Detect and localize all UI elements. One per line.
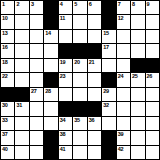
cell-r5c4[interactable] (44, 59, 57, 72)
cell-r4c10[interactable] (131, 44, 144, 57)
cell-r10c7[interactable] (88, 131, 101, 144)
clue-number: 33 (2, 117, 8, 123)
cell-r9c11[interactable] (146, 117, 159, 130)
cell-r1c6[interactable]: 5 (73, 1, 86, 14)
cell-r10c3[interactable] (30, 131, 43, 144)
clue-number: 7 (118, 1, 121, 7)
cell-r5c2[interactable] (15, 59, 28, 72)
clue-number: 25 (132, 73, 138, 79)
block-cell-r1c8 (102, 1, 115, 14)
cell-r1c10[interactable]: 8 (131, 1, 144, 14)
block-cell-r8c5 (59, 102, 72, 115)
cell-r7c6[interactable] (73, 88, 86, 101)
cell-r8c10[interactable] (131, 102, 144, 115)
cell-r6c6[interactable] (73, 73, 86, 86)
cell-r9c3[interactable] (30, 117, 43, 130)
clue-number: 18 (2, 59, 8, 65)
cell-r10c6[interactable] (73, 131, 86, 144)
cell-r1c5[interactable]: 4 (59, 1, 72, 14)
cell-r4c2[interactable] (15, 44, 28, 57)
cell-r5c8[interactable] (102, 59, 115, 72)
cell-r10c2[interactable] (15, 131, 28, 144)
cell-r5c5[interactable]: 19 (59, 59, 72, 72)
block-cell-r4c7 (88, 44, 101, 57)
cell-r2c5[interactable]: 11 (59, 15, 72, 28)
cell-r3c11[interactable] (146, 30, 159, 43)
cell-r8c1[interactable]: 30 (1, 102, 14, 115)
cell-r6c9[interactable]: 24 (117, 73, 130, 86)
cell-r3c2[interactable] (15, 30, 28, 43)
cell-r2c2[interactable] (15, 15, 28, 28)
block-cell-r6c4 (44, 73, 57, 86)
cell-r3c3[interactable] (30, 30, 43, 43)
cell-r4c4[interactable] (44, 44, 57, 57)
cell-r7c7[interactable] (88, 88, 101, 101)
cell-r9c4[interactable] (44, 117, 57, 130)
cell-r6c10[interactable]: 25 (131, 73, 144, 86)
clue-number: 38 (60, 131, 66, 137)
cell-r4c1[interactable]: 16 (1, 44, 14, 57)
cell-r7c9[interactable] (117, 88, 130, 101)
block-cell-r6c8 (102, 73, 115, 86)
cell-r8c3[interactable] (30, 102, 43, 115)
clue-number: 23 (60, 73, 66, 79)
cell-r11c6[interactable] (73, 146, 86, 159)
block-cell-r8c6 (73, 102, 86, 115)
clue-number: 26 (147, 73, 153, 79)
clue-number: 6 (89, 1, 92, 7)
block-cell-r11c8 (102, 146, 115, 159)
cell-r1c7[interactable]: 6 (88, 1, 101, 14)
clue-number: 19 (60, 59, 66, 65)
cell-r6c5[interactable]: 23 (59, 73, 72, 86)
cell-r4c11[interactable] (146, 44, 159, 57)
clue-number: 14 (45, 30, 51, 36)
block-cell-r4c5 (59, 44, 72, 57)
cell-r11c9[interactable]: 42 (117, 146, 130, 159)
cell-r11c5[interactable]: 41 (59, 146, 72, 159)
cell-r7c5[interactable] (59, 88, 72, 101)
clue-number: 36 (89, 117, 95, 123)
cell-r7c10[interactable] (131, 88, 144, 101)
cell-r3c7[interactable] (88, 30, 101, 43)
cell-r5c7[interactable]: 21 (88, 59, 101, 72)
cell-r10c5[interactable]: 38 (59, 131, 72, 144)
clue-number: 16 (2, 44, 8, 50)
cell-r5c9[interactable] (117, 59, 130, 72)
cell-r3c8[interactable]: 15 (102, 30, 115, 43)
clue-number: 8 (132, 1, 135, 7)
cell-r11c7[interactable] (88, 146, 101, 159)
cell-r8c2[interactable]: 31 (15, 102, 28, 115)
cell-r9c7[interactable]: 36 (88, 117, 101, 130)
clue-number: 15 (103, 30, 109, 36)
cell-r8c9[interactable] (117, 102, 130, 115)
clue-number: 2 (16, 1, 19, 7)
clue-number: 34 (60, 117, 66, 123)
clue-number: 10 (2, 15, 8, 21)
block-cell-r10c8 (102, 131, 115, 144)
cell-r9c8[interactable] (102, 117, 115, 130)
cell-r8c4[interactable] (44, 102, 57, 115)
clue-number: 21 (89, 59, 95, 65)
block-cell-r2c8 (102, 15, 115, 28)
cell-r3c6[interactable] (73, 30, 86, 43)
cell-r5c3[interactable] (30, 59, 43, 72)
cell-r5c6[interactable]: 20 (73, 59, 86, 72)
clue-number: 31 (16, 102, 22, 108)
block-cell-r10c4 (44, 131, 57, 144)
cell-r9c1[interactable]: 33 (1, 117, 14, 130)
cell-r2c10[interactable] (131, 15, 144, 28)
clue-number: 42 (118, 146, 124, 152)
clue-number: 12 (118, 15, 124, 21)
clue-number: 11 (60, 15, 65, 21)
block-cell-r1c4 (44, 1, 57, 14)
clue-number: 29 (103, 88, 109, 94)
clue-number: 39 (118, 131, 124, 137)
cell-r5c1[interactable]: 18 (1, 59, 14, 72)
cell-r7c4[interactable]: 28 (44, 88, 57, 101)
clue-number: 20 (74, 59, 80, 65)
clue-number: 24 (118, 73, 124, 79)
cell-r10c9[interactable]: 39 (117, 131, 130, 144)
clue-number: 17 (103, 44, 109, 50)
cell-r9c9[interactable] (117, 117, 130, 130)
clue-number: 35 (74, 117, 80, 123)
cell-r2c9[interactable]: 12 (117, 15, 130, 28)
cell-r8c8[interactable]: 32 (102, 102, 115, 115)
cell-r2c1[interactable]: 10 (1, 15, 14, 28)
cell-r1c9[interactable]: 7 (117, 1, 130, 14)
clue-number: 9 (147, 1, 150, 7)
cell-r4c8[interactable]: 17 (102, 44, 115, 57)
cell-r2c3[interactable] (30, 15, 43, 28)
clue-number: 22 (2, 73, 8, 79)
cell-r1c2[interactable]: 2 (15, 1, 28, 14)
clue-number: 28 (45, 88, 51, 94)
block-cell-r8c7 (88, 102, 101, 115)
cell-r4c3[interactable] (30, 44, 43, 57)
block-cell-r4c6 (73, 44, 86, 57)
block-cell-r5c11 (146, 59, 159, 72)
cell-r1c3[interactable]: 3 (30, 1, 43, 14)
cell-r1c11[interactable]: 9 (146, 1, 159, 14)
cell-r9c10[interactable] (131, 117, 144, 130)
block-cell-r7c2 (15, 88, 28, 101)
cell-r3c1[interactable]: 13 (1, 30, 14, 43)
clue-number: 30 (2, 102, 8, 108)
cell-r3c4[interactable]: 14 (44, 30, 57, 43)
block-cell-r7c1 (1, 88, 14, 101)
block-cell-r2c4 (44, 15, 57, 28)
cell-r3c9[interactable] (117, 30, 130, 43)
cell-r6c11[interactable]: 26 (146, 73, 159, 86)
cell-r6c7[interactable] (88, 73, 101, 86)
clue-number: 37 (2, 131, 8, 137)
cell-r11c10[interactable] (131, 146, 144, 159)
cell-r7c3[interactable]: 27 (30, 88, 43, 101)
cell-r11c2[interactable] (15, 146, 28, 159)
cell-r10c10[interactable] (131, 131, 144, 144)
cell-r6c3[interactable] (30, 73, 43, 86)
cell-r4c9[interactable] (117, 44, 130, 57)
cell-r11c3[interactable] (30, 146, 43, 159)
clue-number: 1 (2, 1, 5, 7)
cell-r7c11[interactable] (146, 88, 159, 101)
cell-r10c1[interactable]: 37 (1, 131, 14, 144)
clue-number: 13 (2, 30, 8, 36)
cell-r1c1[interactable]: 1 (1, 1, 14, 14)
cell-r6c2[interactable] (15, 73, 28, 86)
clue-number: 4 (60, 1, 63, 7)
cell-r2c7[interactable] (88, 15, 101, 28)
cell-r2c11[interactable] (146, 15, 159, 28)
clue-number: 40 (2, 146, 8, 152)
clue-number: 27 (31, 88, 37, 94)
clue-number: 41 (60, 146, 66, 152)
cell-r9c5[interactable]: 34 (59, 117, 72, 130)
clue-number: 32 (103, 102, 109, 108)
cell-r6c1[interactable]: 22 (1, 73, 14, 86)
cell-r3c10[interactable] (131, 30, 144, 43)
cell-r3c5[interactable] (59, 30, 72, 43)
clue-number: 5 (74, 1, 77, 7)
cell-r11c1[interactable]: 40 (1, 146, 14, 159)
cell-r11c11[interactable] (146, 146, 159, 159)
cell-r9c6[interactable]: 35 (73, 117, 86, 130)
cell-r7c8[interactable]: 29 (102, 88, 115, 101)
cell-r9c2[interactable] (15, 117, 28, 130)
cell-r8c11[interactable] (146, 102, 159, 115)
block-cell-r5c10 (131, 59, 144, 72)
crossword-grid: 1234567891011121314151617181920212223242… (0, 0, 160, 160)
cell-r2c6[interactable] (73, 15, 86, 28)
block-cell-r11c4 (44, 146, 57, 159)
cell-r10c11[interactable] (146, 131, 159, 144)
clue-number: 3 (31, 1, 34, 7)
